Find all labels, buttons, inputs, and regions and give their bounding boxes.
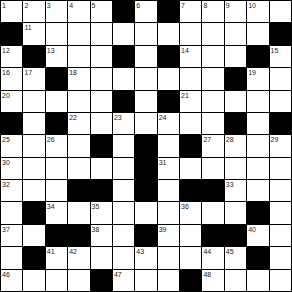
black-cell-r10-c2 bbox=[46, 225, 67, 246]
cell-r0-c6[interactable]: 6 bbox=[135, 1, 156, 22]
black-cell-r2-c7 bbox=[158, 46, 179, 67]
cell-r2-c8[interactable]: 14 bbox=[180, 46, 201, 67]
black-cell-r0-c5 bbox=[113, 1, 134, 22]
clue-number: 31 bbox=[159, 158, 167, 167]
clue-number: 33 bbox=[226, 180, 234, 189]
black-cell-r6-c6 bbox=[135, 135, 156, 156]
black-cell-r2-c5 bbox=[113, 46, 134, 67]
clue-number: 22 bbox=[69, 113, 77, 122]
cell-r5-c4[interactable] bbox=[91, 113, 112, 134]
clue-number: 42 bbox=[69, 247, 77, 256]
cell-r8-c7[interactable] bbox=[158, 180, 179, 201]
cell-r5-c11[interactable] bbox=[247, 113, 268, 134]
cell-r5-c5[interactable]: 23 bbox=[113, 113, 134, 134]
clue-number: 45 bbox=[226, 247, 234, 256]
clue-number: 38 bbox=[92, 225, 100, 234]
cell-r2-c10[interactable] bbox=[225, 46, 246, 67]
cell-r7-c7[interactable]: 31 bbox=[158, 158, 179, 179]
cell-r11-c10[interactable]: 45 bbox=[225, 247, 246, 268]
clue-number: 11 bbox=[24, 23, 31, 32]
black-cell-r4-c5 bbox=[113, 91, 134, 112]
black-cell-r5-c2 bbox=[46, 113, 67, 134]
cell-r0-c4[interactable]: 5 bbox=[91, 1, 112, 22]
cell-r4-c0[interactable]: 20 bbox=[1, 91, 22, 112]
cell-r7-c2[interactable] bbox=[46, 158, 67, 179]
cell-r8-c11[interactable] bbox=[247, 180, 268, 201]
clue-number: 28 bbox=[226, 135, 234, 144]
black-cell-r9-c11 bbox=[247, 202, 268, 223]
cell-r10-c0[interactable]: 37 bbox=[1, 225, 22, 246]
cell-r11-c9[interactable]: 44 bbox=[202, 247, 223, 268]
cell-r7-c5[interactable] bbox=[113, 158, 134, 179]
clue-number: 3 bbox=[47, 1, 51, 10]
cell-r1-c2[interactable] bbox=[46, 23, 67, 44]
cell-r6-c5[interactable] bbox=[113, 135, 134, 156]
black-cell-r12-c4 bbox=[91, 270, 112, 291]
cell-r7-c1[interactable] bbox=[23, 158, 44, 179]
cell-r8-c5[interactable] bbox=[113, 180, 134, 201]
clue-number: 32 bbox=[2, 180, 10, 189]
cell-r5-c7[interactable]: 24 bbox=[158, 113, 179, 134]
cell-r0-c12[interactable] bbox=[270, 1, 291, 22]
cell-r9-c0[interactable] bbox=[1, 202, 22, 223]
cell-r1-c6[interactable] bbox=[135, 23, 156, 44]
black-cell-r8-c4 bbox=[91, 180, 112, 201]
clue-number: 15 bbox=[271, 46, 279, 55]
cell-r2-c3[interactable] bbox=[68, 46, 89, 67]
cell-r12-c10[interactable] bbox=[225, 270, 246, 291]
cell-r12-c6[interactable] bbox=[135, 270, 156, 291]
cell-r12-c5[interactable]: 47 bbox=[113, 270, 134, 291]
cell-r11-c2[interactable]: 41 bbox=[46, 247, 67, 268]
clue-number: 2 bbox=[24, 1, 28, 10]
cell-r5-c9[interactable] bbox=[202, 113, 223, 134]
clue-number: 34 bbox=[47, 202, 55, 211]
clue-number: 1 bbox=[2, 1, 6, 10]
cell-r9-c12[interactable] bbox=[270, 202, 291, 223]
cell-r7-c8[interactable] bbox=[180, 158, 201, 179]
cell-r9-c4[interactable]: 35 bbox=[91, 202, 112, 223]
cell-r11-c0[interactable] bbox=[1, 247, 22, 268]
clue-number: 13 bbox=[47, 46, 55, 55]
clue-number: 14 bbox=[181, 46, 189, 55]
black-cell-r12-c8 bbox=[180, 270, 201, 291]
cell-r7-c11[interactable] bbox=[247, 158, 268, 179]
cell-r11-c5[interactable] bbox=[113, 247, 134, 268]
clue-number: 37 bbox=[2, 225, 10, 234]
black-cell-r10-c10 bbox=[225, 225, 246, 246]
clue-number: 43 bbox=[136, 247, 144, 256]
cell-r9-c6[interactable] bbox=[135, 202, 156, 223]
cell-r10-c4[interactable]: 38 bbox=[91, 225, 112, 246]
clue-number: 36 bbox=[181, 202, 189, 211]
black-cell-r5-c12 bbox=[270, 113, 291, 134]
cell-r7-c10[interactable] bbox=[225, 158, 246, 179]
cell-r1-c8[interactable] bbox=[180, 23, 201, 44]
clue-number: 25 bbox=[2, 135, 10, 144]
cell-r1-c3[interactable] bbox=[68, 23, 89, 44]
cell-r4-c8[interactable]: 21 bbox=[180, 91, 201, 112]
cell-r12-c9[interactable]: 48 bbox=[202, 270, 223, 291]
cell-r1-c9[interactable] bbox=[202, 23, 223, 44]
cell-r9-c3[interactable] bbox=[68, 202, 89, 223]
cell-r12-c1[interactable] bbox=[23, 270, 44, 291]
black-cell-r0-c7 bbox=[158, 1, 179, 22]
cell-r6-c3[interactable] bbox=[68, 135, 89, 156]
clue-number: 4 bbox=[69, 1, 73, 10]
cell-r7-c9[interactable] bbox=[202, 158, 223, 179]
cell-r3-c0[interactable]: 16 bbox=[1, 68, 22, 89]
cell-r11-c7[interactable] bbox=[158, 247, 179, 268]
cell-r9-c8[interactable]: 36 bbox=[180, 202, 201, 223]
cell-r10-c11[interactable]: 40 bbox=[247, 225, 268, 246]
cell-r4-c9[interactable] bbox=[202, 91, 223, 112]
cell-r6-c9[interactable]: 27 bbox=[202, 135, 223, 156]
cell-r11-c12[interactable] bbox=[270, 247, 291, 268]
cell-r8-c0[interactable]: 32 bbox=[1, 180, 22, 201]
cell-r0-c8[interactable]: 7 bbox=[180, 1, 201, 22]
cell-r4-c4[interactable] bbox=[91, 91, 112, 112]
cell-r9-c5[interactable] bbox=[113, 202, 134, 223]
cell-r1-c11[interactable] bbox=[247, 23, 268, 44]
cell-r4-c6[interactable] bbox=[135, 91, 156, 112]
clue-number: 27 bbox=[203, 135, 211, 144]
cell-r9-c9[interactable] bbox=[202, 202, 223, 223]
cell-r7-c4[interactable] bbox=[91, 158, 112, 179]
black-cell-r10-c9 bbox=[202, 225, 223, 246]
cell-r5-c1[interactable] bbox=[23, 113, 44, 134]
cell-r4-c10[interactable] bbox=[225, 91, 246, 112]
cell-r3-c12[interactable] bbox=[270, 68, 291, 89]
cell-r3-c8[interactable] bbox=[180, 68, 201, 89]
cell-r4-c3[interactable] bbox=[68, 91, 89, 112]
clue-number: 6 bbox=[136, 1, 140, 10]
black-cell-r5-c0 bbox=[1, 113, 22, 134]
black-cell-r10-c6 bbox=[135, 225, 156, 246]
black-cell-r3-c10 bbox=[225, 68, 246, 89]
cell-r11-c3[interactable]: 42 bbox=[68, 247, 89, 268]
cell-r1-c10[interactable] bbox=[225, 23, 246, 44]
clue-number: 44 bbox=[203, 247, 211, 256]
black-cell-r7-c6 bbox=[135, 158, 156, 179]
cell-r9-c10[interactable] bbox=[225, 202, 246, 223]
clue-number: 26 bbox=[47, 135, 55, 144]
cell-r9-c7[interactable] bbox=[158, 202, 179, 223]
cell-r1-c4[interactable] bbox=[91, 23, 112, 44]
cell-r6-c10[interactable]: 28 bbox=[225, 135, 246, 156]
cell-r0-c1[interactable]: 2 bbox=[23, 1, 44, 22]
black-cell-r3-c2 bbox=[46, 68, 67, 89]
cell-r3-c9[interactable] bbox=[202, 68, 223, 89]
cell-r2-c6[interactable] bbox=[135, 46, 156, 67]
black-cell-r2-c11 bbox=[247, 46, 268, 67]
cell-r3-c4[interactable] bbox=[91, 68, 112, 89]
cell-r4-c11[interactable] bbox=[247, 91, 268, 112]
black-cell-r6-c4 bbox=[91, 135, 112, 156]
clue-number: 5 bbox=[92, 1, 96, 10]
cell-r8-c10[interactable]: 33 bbox=[225, 180, 246, 201]
cell-r6-c0[interactable]: 25 bbox=[1, 135, 22, 156]
clue-number: 48 bbox=[203, 270, 211, 279]
cell-r6-c11[interactable] bbox=[247, 135, 268, 156]
clue-number: 40 bbox=[248, 225, 256, 234]
cell-r12-c0[interactable]: 46 bbox=[1, 270, 22, 291]
cell-r7-c12[interactable] bbox=[270, 158, 291, 179]
cell-r1-c7[interactable] bbox=[158, 23, 179, 44]
cell-r2-c12[interactable]: 15 bbox=[270, 46, 291, 67]
cell-r10-c5[interactable] bbox=[113, 225, 134, 246]
cell-r10-c1[interactable] bbox=[23, 225, 44, 246]
clue-number: 7 bbox=[181, 1, 185, 10]
cell-r11-c8[interactable] bbox=[180, 247, 201, 268]
cell-r1-c1[interactable]: 11 bbox=[23, 23, 44, 44]
black-cell-r8-c6 bbox=[135, 180, 156, 201]
cell-r4-c1[interactable] bbox=[23, 91, 44, 112]
black-cell-r11-c1 bbox=[23, 247, 44, 268]
cell-r0-c9[interactable]: 8 bbox=[202, 1, 223, 22]
cell-r5-c8[interactable] bbox=[180, 113, 201, 134]
black-cell-r9-c1 bbox=[23, 202, 44, 223]
clue-number: 8 bbox=[203, 1, 207, 10]
clue-number: 16 bbox=[2, 68, 10, 77]
cell-r0-c3[interactable]: 4 bbox=[68, 1, 89, 22]
clue-number: 12 bbox=[2, 46, 10, 55]
cell-r6-c1[interactable] bbox=[23, 135, 44, 156]
clue-number: 46 bbox=[2, 270, 10, 279]
black-cell-r4-c7 bbox=[158, 91, 179, 112]
crossword-board: 1234567891011121314151617181920212223242… bbox=[0, 0, 292, 292]
cell-r3-c1[interactable]: 17 bbox=[23, 68, 44, 89]
clue-number: 41 bbox=[47, 247, 55, 256]
cell-r0-c0[interactable]: 1 bbox=[1, 1, 22, 22]
cell-r9-c2[interactable]: 34 bbox=[46, 202, 67, 223]
clue-number: 19 bbox=[248, 68, 256, 77]
cell-r10-c12[interactable] bbox=[270, 225, 291, 246]
clue-number: 23 bbox=[114, 113, 122, 122]
black-cell-r1-c0 bbox=[1, 23, 22, 44]
cell-r2-c0[interactable]: 12 bbox=[1, 46, 22, 67]
clue-number: 21 bbox=[181, 91, 189, 100]
black-cell-r11-c11 bbox=[247, 247, 268, 268]
cell-r5-c6[interactable] bbox=[135, 113, 156, 134]
cell-r11-c6[interactable]: 43 bbox=[135, 247, 156, 268]
cell-r11-c4[interactable] bbox=[91, 247, 112, 268]
cell-r8-c2[interactable] bbox=[46, 180, 67, 201]
clue-number: 9 bbox=[226, 1, 230, 10]
cell-r6-c7[interactable] bbox=[158, 135, 179, 156]
clue-number: 29 bbox=[271, 135, 279, 144]
cell-r2-c9[interactable] bbox=[202, 46, 223, 67]
cell-r3-c7[interactable] bbox=[158, 68, 179, 89]
cell-r2-c4[interactable] bbox=[91, 46, 112, 67]
black-cell-r1-c12 bbox=[270, 23, 291, 44]
clue-number: 47 bbox=[114, 270, 122, 279]
cell-r6-c2[interactable]: 26 bbox=[46, 135, 67, 156]
cell-r4-c12[interactable] bbox=[270, 91, 291, 112]
cell-r2-c2[interactable]: 13 bbox=[46, 46, 67, 67]
black-cell-r10-c3 bbox=[68, 225, 89, 246]
cell-r12-c11[interactable] bbox=[247, 270, 268, 291]
clue-number: 17 bbox=[24, 68, 32, 77]
clue-number: 30 bbox=[2, 158, 10, 167]
cell-r3-c5[interactable] bbox=[113, 68, 134, 89]
cell-r7-c3[interactable] bbox=[68, 158, 89, 179]
cell-r3-c11[interactable]: 19 bbox=[247, 68, 268, 89]
clue-number: 20 bbox=[2, 91, 10, 100]
cell-r10-c8[interactable] bbox=[180, 225, 201, 246]
cell-r0-c2[interactable]: 3 bbox=[46, 1, 67, 22]
black-cell-r8-c9 bbox=[202, 180, 223, 201]
cell-r8-c12[interactable] bbox=[270, 180, 291, 201]
cell-r10-c7[interactable]: 39 bbox=[158, 225, 179, 246]
cell-r4-c2[interactable] bbox=[46, 91, 67, 112]
black-cell-r8-c8 bbox=[180, 180, 201, 201]
cell-r6-c12[interactable]: 29 bbox=[270, 135, 291, 156]
black-cell-r8-c3 bbox=[68, 180, 89, 201]
cell-r7-c0[interactable]: 30 bbox=[1, 158, 22, 179]
cell-r5-c3[interactable]: 22 bbox=[68, 113, 89, 134]
clue-number: 35 bbox=[92, 202, 100, 211]
cell-r0-c10[interactable]: 9 bbox=[225, 1, 246, 22]
cell-r1-c5[interactable] bbox=[113, 23, 134, 44]
cell-r12-c2[interactable] bbox=[46, 270, 67, 291]
clue-number: 10 bbox=[248, 1, 256, 10]
cell-r3-c3[interactable]: 18 bbox=[68, 68, 89, 89]
cell-r8-c1[interactable] bbox=[23, 180, 44, 201]
cell-r0-c11[interactable]: 10 bbox=[247, 1, 268, 22]
cell-r12-c12[interactable] bbox=[270, 270, 291, 291]
cell-r12-c3[interactable] bbox=[68, 270, 89, 291]
black-cell-r6-c8 bbox=[180, 135, 201, 156]
black-cell-r2-c1 bbox=[23, 46, 44, 67]
cell-r12-c7[interactable] bbox=[158, 270, 179, 291]
clue-number: 39 bbox=[159, 225, 167, 234]
cell-r3-c6[interactable] bbox=[135, 68, 156, 89]
black-cell-r5-c10 bbox=[225, 113, 246, 134]
clue-number: 18 bbox=[69, 68, 77, 77]
clue-number: 24 bbox=[159, 113, 167, 122]
